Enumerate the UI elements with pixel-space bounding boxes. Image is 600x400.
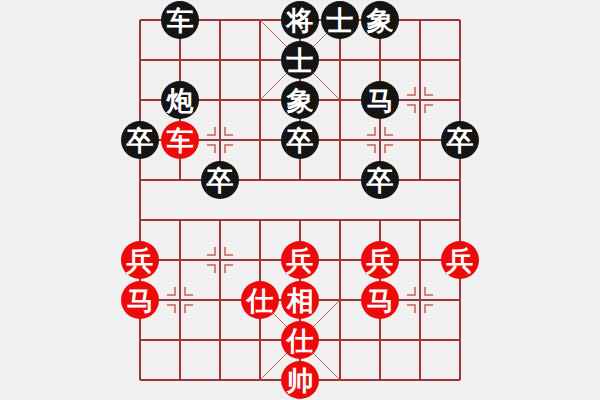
black-chariot[interactable]: 车 — [161, 1, 199, 39]
black-cannon[interactable]: 炮 — [161, 81, 199, 119]
xiangqi-board[interactable]: 车将士象士炮象马卒卒卒卒卒车兵兵兵兵马仕相马仕帅 — [0, 0, 600, 400]
red-soldier[interactable]: 兵 — [361, 241, 399, 279]
black-advisor[interactable]: 士 — [321, 1, 359, 39]
black-soldier[interactable]: 卒 — [201, 161, 239, 199]
black-horse[interactable]: 马 — [361, 81, 399, 119]
red-chariot[interactable]: 车 — [161, 121, 199, 159]
black-elephant[interactable]: 象 — [361, 1, 399, 39]
black-soldier[interactable]: 卒 — [121, 121, 159, 159]
red-horse[interactable]: 马 — [361, 281, 399, 319]
red-soldier[interactable]: 兵 — [281, 241, 319, 279]
black-soldier[interactable]: 卒 — [281, 121, 319, 159]
red-general[interactable]: 帅 — [281, 361, 319, 399]
black-soldier[interactable]: 卒 — [441, 121, 479, 159]
red-elephant[interactable]: 相 — [281, 281, 319, 319]
black-soldier[interactable]: 卒 — [361, 161, 399, 199]
red-soldier[interactable]: 兵 — [121, 241, 159, 279]
black-general[interactable]: 将 — [281, 1, 319, 39]
red-advisor[interactable]: 仕 — [241, 281, 279, 319]
red-horse[interactable]: 马 — [121, 281, 159, 319]
black-advisor[interactable]: 士 — [281, 41, 319, 79]
red-advisor[interactable]: 仕 — [281, 321, 319, 359]
black-elephant[interactable]: 象 — [281, 81, 319, 119]
red-soldier[interactable]: 兵 — [441, 241, 479, 279]
